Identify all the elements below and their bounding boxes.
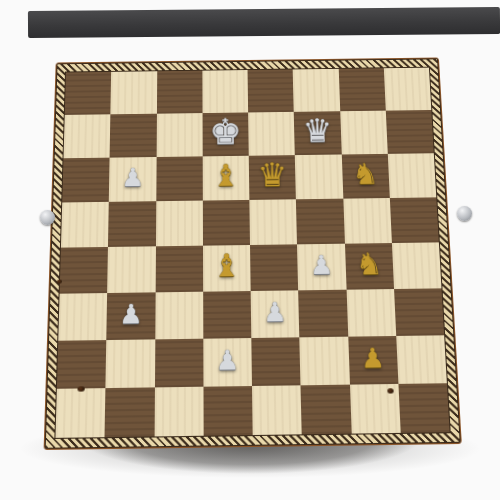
square-f2[interactable] bbox=[300, 337, 350, 386]
square-f8[interactable] bbox=[293, 69, 340, 112]
square-d4[interactable]: ♝ bbox=[203, 245, 251, 292]
square-b4[interactable] bbox=[107, 246, 155, 293]
square-c2[interactable] bbox=[154, 339, 203, 388]
cherry-wood-frame: ♚♛♟♝♛♞♝♟♞♟♟♟♟ bbox=[44, 57, 462, 449]
chess-board-grid: ♚♛♟♝♛♞♝♟♞♟♟♟♟ bbox=[54, 67, 450, 439]
piece-silver-pawn-b6[interactable]: ♟ bbox=[121, 165, 144, 190]
square-d5[interactable] bbox=[203, 200, 250, 246]
square-g8[interactable] bbox=[338, 68, 385, 111]
dark-table-surface bbox=[28, 7, 500, 38]
piece-silver-pawn-f4[interactable]: ♟ bbox=[309, 252, 333, 278]
square-e3[interactable]: ♟ bbox=[251, 290, 300, 338]
square-h8[interactable] bbox=[384, 68, 432, 111]
square-a5[interactable] bbox=[61, 202, 109, 248]
piece-gold-queen-e6[interactable]: ♛ bbox=[257, 158, 288, 191]
square-f4[interactable]: ♟ bbox=[297, 244, 346, 291]
square-f6[interactable] bbox=[295, 154, 343, 199]
piece-gold-knight-g4[interactable]: ♞ bbox=[355, 249, 383, 279]
product-photo-scene: ♚♛♟♝♛♞♝♟♞♟♟♟♟ bbox=[0, 0, 500, 500]
square-h7[interactable] bbox=[386, 110, 434, 154]
square-d6[interactable]: ♝ bbox=[202, 156, 249, 201]
piece-silver-queen-f7[interactable]: ♛ bbox=[302, 114, 333, 146]
square-e7[interactable] bbox=[248, 112, 295, 156]
square-c4[interactable] bbox=[155, 246, 203, 293]
square-c1[interactable] bbox=[154, 387, 203, 437]
square-h3[interactable] bbox=[394, 288, 444, 336]
square-a4[interactable] bbox=[60, 247, 109, 294]
square-g3[interactable] bbox=[346, 289, 396, 337]
square-b7[interactable] bbox=[110, 114, 157, 158]
left-side-knob-handle[interactable] bbox=[40, 210, 55, 225]
square-e4[interactable] bbox=[250, 244, 298, 291]
square-a3[interactable] bbox=[58, 293, 107, 341]
square-g2[interactable]: ♟ bbox=[348, 336, 398, 385]
square-a7[interactable] bbox=[63, 114, 110, 158]
right-side-knob-handle[interactable] bbox=[457, 206, 472, 221]
square-d1[interactable] bbox=[203, 386, 252, 436]
piece-silver-king-d7[interactable]: ♚ bbox=[209, 114, 242, 149]
square-d3[interactable] bbox=[203, 291, 251, 339]
square-c7[interactable] bbox=[156, 113, 202, 157]
piece-gold-bishop-d6[interactable]: ♝ bbox=[212, 161, 240, 191]
square-h2[interactable] bbox=[396, 335, 447, 384]
square-h5[interactable] bbox=[390, 197, 439, 243]
square-f5[interactable] bbox=[296, 199, 344, 245]
square-a2[interactable] bbox=[57, 340, 107, 389]
square-h1[interactable] bbox=[398, 383, 449, 433]
square-b2[interactable] bbox=[106, 339, 155, 388]
square-d7[interactable]: ♚ bbox=[202, 112, 248, 156]
piece-silver-pawn-d2[interactable]: ♟ bbox=[215, 346, 239, 373]
square-e1[interactable] bbox=[252, 385, 302, 435]
square-b8[interactable] bbox=[111, 71, 157, 114]
square-d2[interactable]: ♟ bbox=[203, 338, 252, 387]
decorative-inlay-border: ♚♛♟♝♛♞♝♟♞♟♟♟♟ bbox=[45, 58, 461, 448]
square-c3[interactable] bbox=[155, 292, 203, 340]
square-c8[interactable] bbox=[156, 71, 202, 114]
piece-gold-bishop-d4[interactable]: ♝ bbox=[213, 250, 241, 281]
square-a6[interactable] bbox=[62, 158, 110, 203]
square-e2[interactable] bbox=[251, 337, 300, 386]
square-b5[interactable] bbox=[108, 201, 156, 247]
square-a8[interactable] bbox=[65, 72, 112, 115]
square-c5[interactable] bbox=[155, 201, 202, 247]
square-b6[interactable]: ♟ bbox=[109, 157, 156, 202]
square-e8[interactable] bbox=[248, 69, 294, 112]
square-d8[interactable] bbox=[202, 70, 248, 113]
square-f1[interactable] bbox=[301, 385, 351, 435]
square-a1[interactable] bbox=[55, 388, 105, 438]
square-e5[interactable] bbox=[249, 199, 297, 245]
square-g6[interactable]: ♞ bbox=[341, 154, 389, 199]
piece-silver-pawn-b3[interactable]: ♟ bbox=[119, 301, 143, 328]
square-g7[interactable] bbox=[340, 111, 388, 155]
square-b3[interactable]: ♟ bbox=[107, 292, 156, 340]
square-g4[interactable]: ♞ bbox=[344, 243, 393, 290]
square-c6[interactable] bbox=[156, 156, 203, 201]
chess-board: ♚♛♟♝♛♞♝♟♞♟♟♟♟ bbox=[44, 57, 462, 449]
square-b1[interactable] bbox=[105, 387, 155, 437]
piece-gold-pawn-g2[interactable]: ♟ bbox=[360, 344, 385, 371]
square-g5[interactable] bbox=[343, 198, 392, 244]
piece-gold-knight-g6[interactable]: ♞ bbox=[351, 159, 379, 188]
piece-silver-pawn-e3[interactable]: ♟ bbox=[263, 299, 287, 326]
square-f3[interactable] bbox=[298, 290, 347, 338]
square-h6[interactable] bbox=[388, 153, 437, 198]
square-e6[interactable]: ♛ bbox=[249, 155, 296, 200]
square-f7[interactable]: ♛ bbox=[294, 111, 341, 155]
square-h4[interactable] bbox=[392, 242, 442, 289]
wood-knot bbox=[387, 388, 393, 393]
